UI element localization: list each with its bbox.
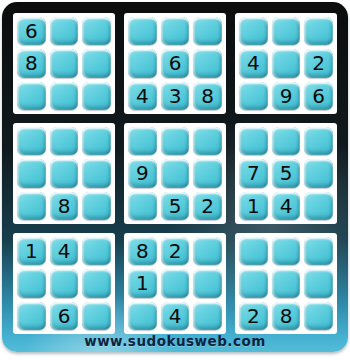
cell-r7c8[interactable] [272, 237, 301, 265]
cell-r1c4[interactable] [128, 17, 157, 45]
cell-r8c5[interactable] [161, 269, 190, 297]
cell-r9c4[interactable] [128, 302, 157, 330]
cell-r1c5[interactable] [161, 17, 190, 45]
cell-r4c7[interactable] [239, 127, 268, 155]
cell-r8c4: 1 [128, 269, 157, 297]
site-url-link[interactable]: www.sudokusweb.com [2, 331, 348, 350]
cell-r2c1: 8 [17, 49, 46, 77]
cell-r2c4[interactable] [128, 49, 157, 77]
cell-r3c8: 9 [272, 82, 301, 110]
cell-r2c2[interactable] [50, 49, 79, 77]
cell-r3c1[interactable] [17, 82, 46, 110]
cell-r7c2: 4 [50, 237, 79, 265]
cell-r6c9[interactable] [304, 192, 333, 220]
cell-r5c4: 9 [128, 159, 157, 187]
cell-r7c9[interactable] [304, 237, 333, 265]
cell-r7c3[interactable] [82, 237, 111, 265]
cell-r8c1[interactable] [17, 269, 46, 297]
cell-r9c9[interactable] [304, 302, 333, 330]
cell-r1c6[interactable] [193, 17, 222, 45]
box-1: 68 [13, 13, 115, 114]
cell-r3c5: 3 [161, 82, 190, 110]
cell-r1c7[interactable] [239, 17, 268, 45]
cell-r5c1[interactable] [17, 159, 46, 187]
cell-r9c3[interactable] [82, 302, 111, 330]
cell-r7c7[interactable] [239, 237, 268, 265]
cell-r2c5: 6 [161, 49, 190, 77]
cell-r9c8: 8 [272, 302, 301, 330]
cell-r6c2: 8 [50, 192, 79, 220]
cell-r7c4: 8 [128, 237, 157, 265]
cell-r3c2[interactable] [50, 82, 79, 110]
sudoku-board: 686438429689527514146821428 www.sudokusw… [2, 2, 348, 352]
box-6: 7514 [235, 123, 337, 224]
cell-r6c7: 1 [239, 192, 268, 220]
cell-r2c7: 4 [239, 49, 268, 77]
cell-r8c8[interactable] [272, 269, 301, 297]
cell-r2c8[interactable] [272, 49, 301, 77]
sudoku-grid: 686438429689527514146821428 [13, 13, 337, 334]
cell-r4c8[interactable] [272, 127, 301, 155]
cell-r6c6: 2 [193, 192, 222, 220]
cell-r5c3[interactable] [82, 159, 111, 187]
cell-r1c2[interactable] [50, 17, 79, 45]
cell-r3c6: 8 [193, 82, 222, 110]
cell-r8c9[interactable] [304, 269, 333, 297]
box-8: 8214 [124, 233, 226, 334]
cell-r6c4[interactable] [128, 192, 157, 220]
cell-r2c3[interactable] [82, 49, 111, 77]
cell-r4c9[interactable] [304, 127, 333, 155]
cell-r4c5[interactable] [161, 127, 190, 155]
cell-r4c1[interactable] [17, 127, 46, 155]
cell-r7c6[interactable] [193, 237, 222, 265]
cell-r1c1: 6 [17, 17, 46, 45]
cell-r9c2: 6 [50, 302, 79, 330]
cell-r9c7: 2 [239, 302, 268, 330]
cell-r9c6[interactable] [193, 302, 222, 330]
cell-r9c1[interactable] [17, 302, 46, 330]
cell-r6c1[interactable] [17, 192, 46, 220]
box-2: 6438 [124, 13, 226, 114]
cell-r5c6[interactable] [193, 159, 222, 187]
sudoku-page: 686438429689527514146821428 www.sudokusw… [0, 0, 350, 360]
cell-r5c2[interactable] [50, 159, 79, 187]
cell-r6c3[interactable] [82, 192, 111, 220]
cell-r5c5[interactable] [161, 159, 190, 187]
cell-r5c8: 5 [272, 159, 301, 187]
cell-r1c8[interactable] [272, 17, 301, 45]
box-5: 952 [124, 123, 226, 224]
cell-r6c8: 4 [272, 192, 301, 220]
box-4: 8 [13, 123, 115, 224]
cell-r8c2[interactable] [50, 269, 79, 297]
cell-r5c9[interactable] [304, 159, 333, 187]
cell-r4c2[interactable] [50, 127, 79, 155]
cell-r2c9: 2 [304, 49, 333, 77]
cell-r8c3[interactable] [82, 269, 111, 297]
cell-r4c3[interactable] [82, 127, 111, 155]
cell-r3c4: 4 [128, 82, 157, 110]
cell-r4c6[interactable] [193, 127, 222, 155]
cell-r7c5: 2 [161, 237, 190, 265]
box-7: 146 [13, 233, 115, 334]
cell-r3c7[interactable] [239, 82, 268, 110]
cell-r1c3[interactable] [82, 17, 111, 45]
cell-r5c7: 7 [239, 159, 268, 187]
cell-r8c6[interactable] [193, 269, 222, 297]
cell-r9c5: 4 [161, 302, 190, 330]
cell-r3c9: 6 [304, 82, 333, 110]
box-9: 28 [235, 233, 337, 334]
cell-r1c9[interactable] [304, 17, 333, 45]
cell-r8c7[interactable] [239, 269, 268, 297]
cell-r7c1: 1 [17, 237, 46, 265]
cell-r3c3[interactable] [82, 82, 111, 110]
cell-r2c6[interactable] [193, 49, 222, 77]
cell-r4c4[interactable] [128, 127, 157, 155]
cell-r6c5: 5 [161, 192, 190, 220]
box-3: 4296 [235, 13, 337, 114]
